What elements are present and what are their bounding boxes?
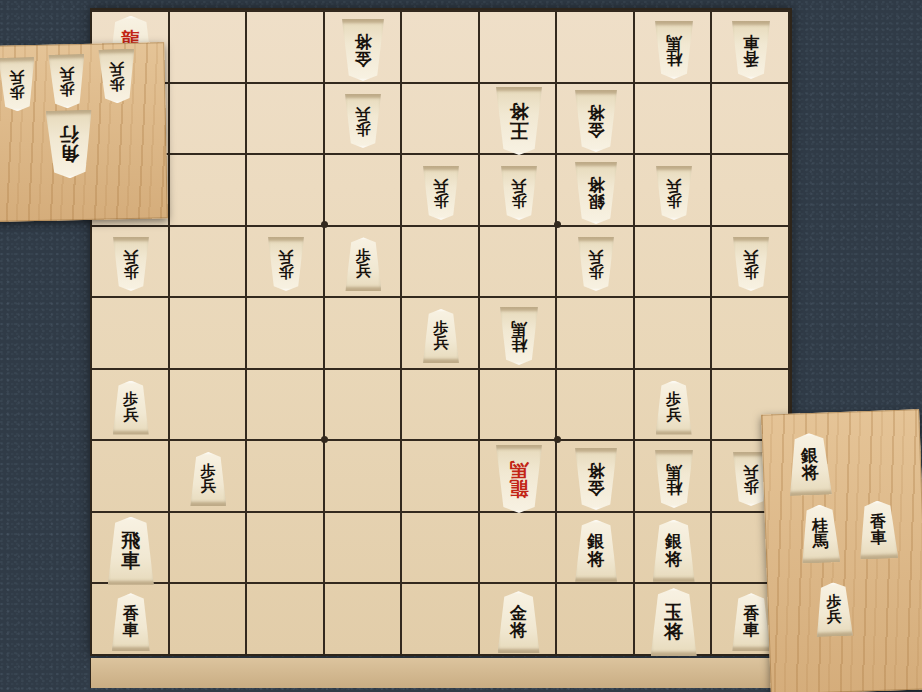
- shogi-piece-silver-general[interactable]: 銀将: [575, 162, 617, 224]
- piece-kanji: 馬: [666, 463, 682, 479]
- piece-kanji: 将: [355, 32, 372, 49]
- shogi-piece-bishop[interactable]: 角行: [46, 110, 93, 179]
- shogi-piece-pawn[interactable]: 歩兵: [656, 381, 692, 435]
- shogi-piece-pawn[interactable]: 歩兵: [733, 237, 769, 291]
- shogi-piece-silver-general[interactable]: 銀将: [788, 432, 832, 495]
- shogi-piece-pawn[interactable]: 歩兵: [815, 582, 853, 637]
- shogi-piece-gold-general[interactable]: 金将: [575, 90, 617, 152]
- piece-kanji: 兵: [9, 69, 24, 85]
- shogi-piece-gold-general[interactable]: 金将: [498, 591, 540, 653]
- piece-kanji: 兵: [201, 479, 216, 494]
- piece-kanji: 兵: [511, 178, 526, 193]
- shogi-piece-knight[interactable]: 桂馬: [500, 307, 538, 365]
- piece-kanji: 馬: [509, 460, 528, 479]
- black-komadai-stand: 銀将桂馬香車歩兵: [761, 409, 922, 692]
- piece-kanji: 歩: [109, 76, 124, 92]
- shogi-piece-lance[interactable]: 香車: [732, 593, 770, 651]
- piece-kanji: 将: [665, 551, 682, 568]
- piece-kanji: 兵: [827, 609, 843, 625]
- piece-kanji: 龍: [509, 479, 528, 498]
- shogi-piece-knight[interactable]: 桂馬: [655, 450, 693, 508]
- shogi-piece-pawn[interactable]: 歩兵: [113, 237, 149, 291]
- piece-kanji: 金: [355, 50, 372, 67]
- piece-kanji: 兵: [434, 178, 449, 193]
- piece-kanji: 将: [801, 464, 819, 482]
- piece-kanji: 将: [588, 551, 605, 568]
- piece-kanji: 歩: [356, 121, 371, 136]
- piece-kanji: 将: [588, 462, 605, 479]
- shogi-piece-gold-general[interactable]: 金将: [342, 19, 384, 81]
- piece-kanji: 兵: [59, 66, 74, 82]
- shogi-piece-rook[interactable]: 飛車: [108, 517, 154, 585]
- piece-kanji: 行: [59, 125, 78, 145]
- shogi-piece-pawn[interactable]: 歩兵: [98, 49, 135, 104]
- shogi-piece-pawn[interactable]: 歩兵: [345, 94, 381, 148]
- piece-kanji: 兵: [123, 249, 138, 264]
- piece-kanji: 金: [588, 121, 605, 138]
- piece-kanji: 角: [60, 144, 79, 164]
- piece-kanji: 車: [121, 551, 140, 570]
- piece-kanji: 将: [664, 622, 683, 641]
- shogi-piece-lance[interactable]: 香車: [858, 500, 898, 559]
- piece-kanji: 歩: [434, 193, 449, 208]
- piece-kanji: 兵: [744, 249, 759, 264]
- shogi-piece-knight[interactable]: 桂馬: [655, 21, 693, 79]
- shogi-piece-promoted-bishop-horse[interactable]: 龍馬: [496, 445, 542, 513]
- piece-kanji: 兵: [109, 61, 124, 77]
- shogi-piece-pawn[interactable]: 歩兵: [501, 166, 537, 220]
- shogi-piece-king[interactable]: 王将: [496, 87, 542, 155]
- piece-kanji: 兵: [744, 464, 759, 479]
- piece-kanji: 飛: [121, 531, 140, 550]
- shogi-piece-pawn[interactable]: 歩兵: [113, 381, 149, 435]
- star-point: [554, 436, 561, 443]
- piece-kanji: 兵: [123, 408, 138, 423]
- piece-kanji: 歩: [123, 264, 138, 279]
- piece-kanji: 歩: [744, 479, 759, 494]
- piece-kanji: 歩: [278, 264, 293, 279]
- shogi-piece-pawn[interactable]: 歩兵: [268, 237, 304, 291]
- shogi-piece-king[interactable]: 玉将: [651, 588, 697, 656]
- shogi-piece-pawn[interactable]: 歩兵: [0, 57, 36, 112]
- shogi-piece-pawn[interactable]: 歩兵: [423, 166, 459, 220]
- shogi-piece-silver-general[interactable]: 銀将: [575, 520, 617, 582]
- shogi-piece-pawn[interactable]: 歩兵: [656, 166, 692, 220]
- shogi-piece-lance[interactable]: 香車: [112, 593, 150, 651]
- piece-kanji: 歩: [9, 84, 24, 100]
- piece-kanji: 香: [743, 50, 759, 66]
- piece-kanji: 馬: [812, 534, 829, 551]
- piece-kanji: 歩: [666, 193, 681, 208]
- piece-kanji: 車: [743, 33, 759, 49]
- star-point: [554, 221, 561, 228]
- piece-kanji: 馬: [666, 33, 682, 49]
- board-front-edge: [90, 658, 794, 688]
- piece-kanji: 桂: [511, 336, 527, 352]
- piece-kanji: 兵: [356, 106, 371, 121]
- piece-kanji: 桂: [666, 479, 682, 495]
- piece-kanji: 将: [588, 104, 605, 121]
- piece-kanji: 銀: [588, 193, 605, 210]
- piece-kanji: 兵: [434, 336, 449, 351]
- piece-kanji: 将: [509, 102, 528, 121]
- piece-kanji: 車: [123, 622, 139, 638]
- piece-kanji: 兵: [278, 249, 293, 264]
- shogi-board[interactable]: 龍王金将桂馬香車歩兵王将金将歩兵歩兵銀将歩兵歩兵歩兵歩兵歩兵歩兵歩兵桂馬歩兵歩兵…: [90, 8, 792, 656]
- piece-kanji: 将: [588, 176, 605, 193]
- photo-background: { "game": "shogi", "scene": { "descripti…: [0, 0, 922, 692]
- piece-kanji: 兵: [666, 178, 681, 193]
- shogi-piece-pawn[interactable]: 歩兵: [48, 54, 85, 109]
- shogi-piece-pawn[interactable]: 歩兵: [345, 237, 381, 291]
- piece-kanji: 歩: [59, 81, 74, 97]
- shogi-piece-lance[interactable]: 香車: [732, 21, 770, 79]
- white-komadai-stand: 歩兵歩兵歩兵角行: [0, 42, 168, 222]
- piece-kanji: 車: [870, 530, 887, 547]
- piece-kanji: 兵: [589, 249, 604, 264]
- piece-kanji: 馬: [511, 320, 527, 336]
- shogi-piece-pawn[interactable]: 歩兵: [578, 237, 614, 291]
- piece-kanji: 兵: [666, 408, 681, 423]
- piece-kanji: 車: [743, 622, 759, 638]
- piece-kanji: 兵: [356, 264, 371, 279]
- piece-kanji: 歩: [744, 264, 759, 279]
- shogi-piece-pawn[interactable]: 歩兵: [190, 452, 226, 506]
- board-pieces-layer: 龍王金将桂馬香車歩兵王将金将歩兵歩兵銀将歩兵歩兵歩兵歩兵歩兵歩兵歩兵桂馬歩兵歩兵…: [92, 10, 790, 654]
- piece-kanji: 将: [510, 622, 527, 639]
- star-point: [321, 436, 328, 443]
- shogi-piece-knight[interactable]: 桂馬: [800, 504, 840, 563]
- shogi-piece-gold-general[interactable]: 金将: [575, 448, 617, 510]
- shogi-piece-pawn[interactable]: 歩兵: [423, 309, 459, 363]
- piece-kanji: 歩: [511, 193, 526, 208]
- piece-kanji: 金: [588, 479, 605, 496]
- piece-kanji: 歩: [589, 264, 604, 279]
- piece-kanji: 王: [509, 121, 528, 140]
- shogi-piece-silver-general[interactable]: 銀将: [653, 520, 695, 582]
- piece-kanji: 桂: [666, 50, 682, 66]
